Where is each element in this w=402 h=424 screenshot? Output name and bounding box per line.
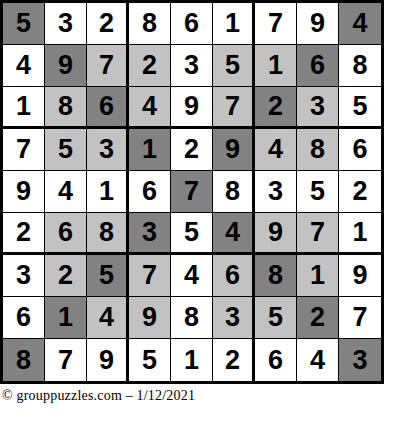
cell-r2c4: 2	[129, 45, 171, 87]
cell-r9c2: 7	[45, 339, 87, 381]
cell-r8c9: 7	[339, 297, 381, 339]
cell-r8c8: 2	[297, 297, 339, 339]
cell-r9c7: 6	[255, 339, 297, 381]
cell-r2c8: 6	[297, 45, 339, 87]
cell-r1c3: 2	[87, 3, 129, 45]
cell-r5c6: 8	[213, 171, 255, 213]
cell-r4c5: 2	[171, 129, 213, 171]
cell-r8c1: 6	[3, 297, 45, 339]
cell-r9c5: 1	[171, 339, 213, 381]
cell-r3c1: 1	[3, 87, 45, 129]
cell-r7c5: 4	[171, 255, 213, 297]
cell-r1c2: 3	[45, 3, 87, 45]
cell-r6c2: 6	[45, 213, 87, 255]
cell-r7c1: 3	[3, 255, 45, 297]
cell-r7c9: 9	[339, 255, 381, 297]
cell-r9c9: 3	[339, 339, 381, 381]
cell-r7c7: 8	[255, 255, 297, 297]
cell-r8c6: 3	[213, 297, 255, 339]
cell-r2c1: 4	[3, 45, 45, 87]
cell-r6c5: 5	[171, 213, 213, 255]
cell-r8c3: 4	[87, 297, 129, 339]
cell-r7c8: 1	[297, 255, 339, 297]
cell-r1c9: 4	[339, 3, 381, 45]
cell-r1c7: 7	[255, 3, 297, 45]
cell-r6c9: 1	[339, 213, 381, 255]
cell-r1c8: 9	[297, 3, 339, 45]
cell-r1c6: 1	[213, 3, 255, 45]
cell-r7c3: 5	[87, 255, 129, 297]
cell-r5c2: 4	[45, 171, 87, 213]
cell-r4c4: 1	[129, 129, 171, 171]
cell-r5c5: 7	[171, 171, 213, 213]
cell-r6c7: 9	[255, 213, 297, 255]
cell-r2c9: 8	[339, 45, 381, 87]
cell-r8c7: 5	[255, 297, 297, 339]
cell-r5c3: 1	[87, 171, 129, 213]
cell-r9c4: 5	[129, 339, 171, 381]
cell-r1c4: 8	[129, 3, 171, 45]
cell-r1c5: 6	[171, 3, 213, 45]
cell-r4c9: 6	[339, 129, 381, 171]
cell-r5c4: 6	[129, 171, 171, 213]
cell-r8c4: 9	[129, 297, 171, 339]
cell-r5c8: 5	[297, 171, 339, 213]
cell-r9c3: 9	[87, 339, 129, 381]
cell-r9c1: 8	[3, 339, 45, 381]
cell-r6c4: 3	[129, 213, 171, 255]
cell-r6c8: 7	[297, 213, 339, 255]
cell-r2c5: 3	[171, 45, 213, 87]
sudoku-board: 5328617944972351681864972357531294869416…	[0, 0, 384, 384]
cell-r2c3: 7	[87, 45, 129, 87]
cell-r5c9: 2	[339, 171, 381, 213]
cell-r9c8: 4	[297, 339, 339, 381]
cell-r3c8: 3	[297, 87, 339, 129]
cell-r4c8: 8	[297, 129, 339, 171]
cell-r3c4: 4	[129, 87, 171, 129]
cell-r1c1: 5	[3, 3, 45, 45]
cell-r3c7: 2	[255, 87, 297, 129]
sudoku-page: 5328617944972351681864972357531294869416…	[0, 0, 402, 424]
cell-r6c1: 2	[3, 213, 45, 255]
cell-r6c3: 8	[87, 213, 129, 255]
cell-r4c3: 3	[87, 129, 129, 171]
cell-r5c1: 9	[3, 171, 45, 213]
cell-r8c5: 8	[171, 297, 213, 339]
cell-r4c6: 9	[213, 129, 255, 171]
cell-r4c2: 5	[45, 129, 87, 171]
cell-r2c7: 1	[255, 45, 297, 87]
cell-r7c4: 7	[129, 255, 171, 297]
cell-r3c3: 6	[87, 87, 129, 129]
cell-r8c2: 1	[45, 297, 87, 339]
copyright-footer: © grouppuzzles.com – 1/12/2021	[2, 388, 402, 404]
cell-r9c6: 2	[213, 339, 255, 381]
cell-r2c6: 5	[213, 45, 255, 87]
cell-r3c2: 8	[45, 87, 87, 129]
cell-r6c6: 4	[213, 213, 255, 255]
cell-r5c7: 3	[255, 171, 297, 213]
cell-r7c6: 6	[213, 255, 255, 297]
cell-r7c2: 2	[45, 255, 87, 297]
cell-r3c6: 7	[213, 87, 255, 129]
cell-r4c7: 4	[255, 129, 297, 171]
cell-r3c5: 9	[171, 87, 213, 129]
cell-r2c2: 9	[45, 45, 87, 87]
cell-r4c1: 7	[3, 129, 45, 171]
cell-r3c9: 5	[339, 87, 381, 129]
